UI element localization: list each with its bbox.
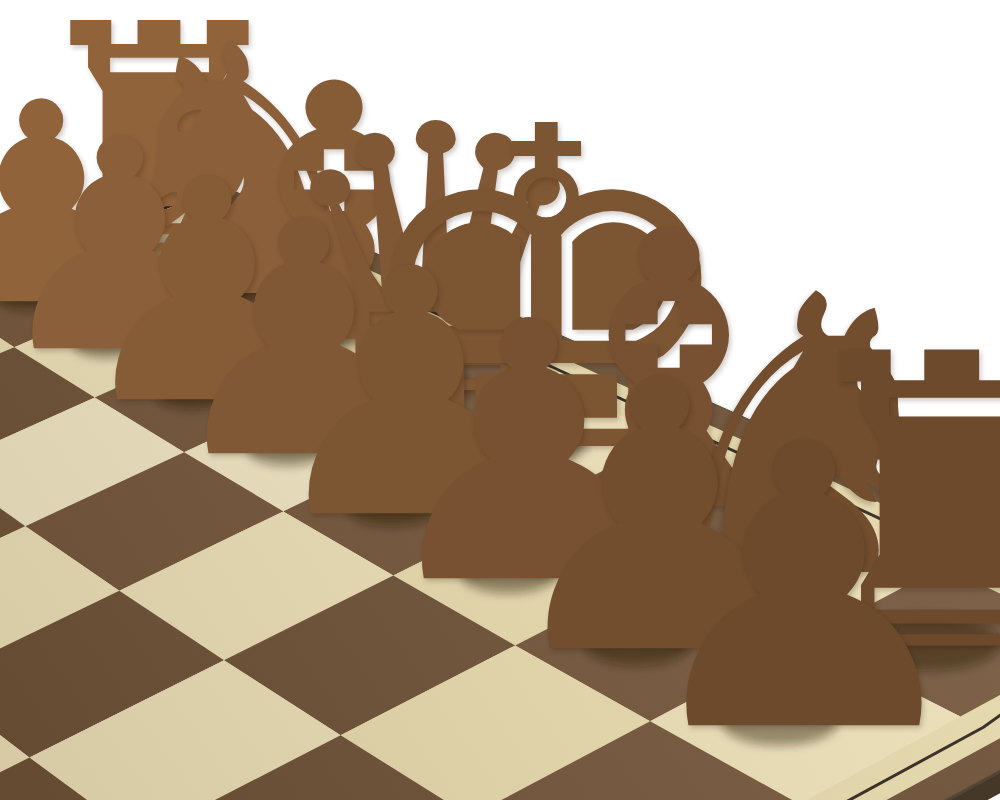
shadow-e8 xyxy=(468,420,589,466)
shadow-e7 xyxy=(349,494,435,527)
chess-board xyxy=(0,0,1000,800)
shadow-d8 xyxy=(366,368,471,408)
shadow-h7 xyxy=(722,702,837,746)
shadow-a8 xyxy=(109,235,184,264)
shadow-a7 xyxy=(0,288,58,310)
shadow-d7 xyxy=(248,436,327,466)
shadow-f8 xyxy=(591,482,706,526)
chess-set-photo: ♜♞♝♛♚♝♞♜♟♟♟♟♟♟♟♟ xyxy=(0,0,1000,800)
shadow-g8 xyxy=(718,546,845,594)
shadow-f7 xyxy=(461,557,556,593)
shadow-g7 xyxy=(585,626,690,666)
shadow-h8 xyxy=(855,615,1000,671)
shadow-b7 xyxy=(74,334,139,359)
shadow-c8 xyxy=(276,321,363,354)
shadow-b8 xyxy=(189,277,268,307)
board-lighting-vignette xyxy=(0,185,1000,800)
shadow-c7 xyxy=(156,383,227,410)
